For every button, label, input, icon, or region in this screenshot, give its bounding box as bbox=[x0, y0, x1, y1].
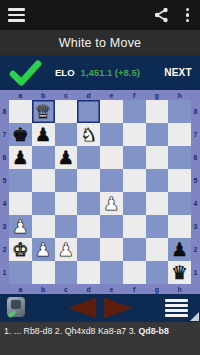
file-label-d: d bbox=[77, 284, 100, 294]
page-title: White to Move bbox=[0, 30, 200, 55]
file-labels-top: abcdefgh bbox=[9, 90, 191, 100]
file-label-c: c bbox=[55, 284, 78, 294]
file-label-d: d bbox=[77, 90, 100, 100]
piece-white-pawn: ♟ bbox=[58, 238, 75, 261]
file-label-b: b bbox=[32, 284, 55, 294]
piece-white-queen: ♛ bbox=[35, 100, 52, 123]
file-label-e: e bbox=[100, 284, 123, 294]
square-e4[interactable]: ♟ bbox=[100, 192, 123, 215]
piece-black-king: ♚ bbox=[12, 123, 29, 146]
piece-white-king: ♚ bbox=[12, 238, 29, 261]
engine-status-icon[interactable]: ✔ bbox=[6, 296, 27, 320]
square-c7[interactable] bbox=[55, 123, 78, 146]
square-c6[interactable]: ♟ bbox=[55, 146, 78, 169]
square-g5[interactable] bbox=[146, 169, 169, 192]
square-d8[interactable] bbox=[77, 100, 100, 123]
rank-labels-left: 87654321 bbox=[0, 100, 9, 284]
square-a5[interactable] bbox=[9, 169, 32, 192]
rank-label-3: 3 bbox=[0, 215, 9, 238]
square-g4[interactable] bbox=[146, 192, 169, 215]
file-label-f: f bbox=[123, 90, 146, 100]
square-b6[interactable] bbox=[32, 146, 55, 169]
square-e6[interactable] bbox=[100, 146, 123, 169]
rank-label-4: 4 bbox=[0, 192, 9, 215]
square-f4[interactable] bbox=[123, 192, 146, 215]
square-h2[interactable]: ♟ bbox=[168, 238, 191, 261]
rank-labels-right: 87654321 bbox=[191, 100, 200, 284]
square-a2[interactable]: ♚ bbox=[9, 238, 32, 261]
rank-label-2: 2 bbox=[0, 238, 9, 261]
square-a8[interactable] bbox=[9, 100, 32, 123]
square-c2[interactable]: ♟ bbox=[55, 238, 78, 261]
move-list-last-move: Qd8-b8 bbox=[138, 326, 168, 336]
square-d4[interactable] bbox=[77, 192, 100, 215]
square-d1[interactable] bbox=[77, 261, 100, 284]
square-a4[interactable] bbox=[9, 192, 32, 215]
square-b3[interactable] bbox=[32, 215, 55, 238]
piece-white-pawn: ♟ bbox=[12, 215, 29, 238]
square-f5[interactable] bbox=[123, 169, 146, 192]
square-b7[interactable]: ♟ bbox=[32, 123, 55, 146]
board: ♛♚♟♞♟♟♟♟♚♟♟♟♛ bbox=[9, 100, 191, 284]
square-d2[interactable] bbox=[77, 238, 100, 261]
rank-label-7: 7 bbox=[0, 123, 9, 146]
rank-label-5: 5 bbox=[191, 169, 200, 192]
overflow-dots-icon[interactable] bbox=[183, 8, 192, 23]
menu-hamburger-icon[interactable] bbox=[8, 8, 25, 21]
elo-label: ELO bbox=[55, 67, 75, 78]
piece-black-pawn: ♟ bbox=[35, 123, 52, 146]
square-d7[interactable]: ♞ bbox=[77, 123, 100, 146]
piece-black-pawn: ♟ bbox=[12, 146, 29, 169]
move-list-bar: 1. ... Rb8-d8 2. Qh4xd8 Ka8-a7 3. Qd8-b8 bbox=[0, 322, 200, 355]
square-b2[interactable]: ♟ bbox=[32, 238, 55, 261]
success-check-icon bbox=[8, 60, 42, 86]
file-label-g: g bbox=[146, 90, 169, 100]
rank-label-2: 2 bbox=[191, 238, 200, 261]
rank-label-8: 8 bbox=[0, 100, 9, 123]
file-label-h: h bbox=[168, 90, 191, 100]
square-a3[interactable]: ♟ bbox=[9, 215, 32, 238]
chess-board-frame: abcdefgh 87654321 87654321 ♛♚♟♞♟♟♟♟♚♟♟♟♛… bbox=[0, 90, 200, 294]
square-f8[interactable] bbox=[123, 100, 146, 123]
piece-black-queen: ♛ bbox=[171, 261, 188, 284]
square-e5[interactable] bbox=[100, 169, 123, 192]
top-app-bar bbox=[0, 0, 200, 30]
square-h6[interactable] bbox=[168, 146, 191, 169]
square-g1[interactable] bbox=[146, 261, 169, 284]
rank-label-8: 8 bbox=[191, 100, 200, 123]
square-f7[interactable] bbox=[123, 123, 146, 146]
square-d3[interactable] bbox=[77, 215, 100, 238]
piece-white-knight: ♞ bbox=[80, 123, 97, 146]
piece-white-pawn: ♟ bbox=[103, 192, 120, 215]
piece-white-pawn: ♟ bbox=[35, 238, 52, 261]
square-b4[interactable] bbox=[32, 192, 55, 215]
square-f6[interactable] bbox=[123, 146, 146, 169]
rank-label-5: 5 bbox=[0, 169, 9, 192]
piece-black-pawn: ♟ bbox=[171, 238, 188, 261]
elo-rating-value: 1,451.1 (+8.5) bbox=[81, 67, 140, 78]
file-label-g: g bbox=[146, 284, 169, 294]
square-h3[interactable] bbox=[168, 215, 191, 238]
square-c4[interactable] bbox=[55, 192, 78, 215]
file-label-c: c bbox=[55, 90, 78, 100]
square-g8[interactable] bbox=[146, 100, 169, 123]
corner-grip-icon[interactable] bbox=[190, 312, 199, 321]
rank-label-6: 6 bbox=[0, 146, 9, 169]
square-h1[interactable]: ♛ bbox=[168, 261, 191, 284]
square-g6[interactable] bbox=[146, 146, 169, 169]
file-label-e: e bbox=[100, 90, 123, 100]
file-label-f: f bbox=[123, 284, 146, 294]
file-label-a: a bbox=[9, 90, 32, 100]
move-list-text: 1. ... Rb8-d8 2. Qh4xd8 Ka8-a7 3. Qd8-b8 bbox=[4, 326, 196, 336]
rank-label-6: 6 bbox=[191, 146, 200, 169]
square-h7[interactable] bbox=[168, 123, 191, 146]
square-d5[interactable] bbox=[77, 169, 100, 192]
square-f2[interactable] bbox=[123, 238, 146, 261]
square-f3[interactable] bbox=[123, 215, 146, 238]
square-c3[interactable] bbox=[55, 215, 78, 238]
square-g7[interactable] bbox=[146, 123, 169, 146]
square-d6[interactable] bbox=[77, 146, 100, 169]
square-c8[interactable] bbox=[55, 100, 78, 123]
square-e1[interactable] bbox=[100, 261, 123, 284]
square-e2[interactable] bbox=[100, 238, 123, 261]
control-bar: ✔ bbox=[0, 294, 200, 322]
square-a7[interactable]: ♚ bbox=[9, 123, 32, 146]
prev-move-arrow-icon[interactable] bbox=[68, 298, 97, 319]
next-puzzle-button[interactable]: NEXT bbox=[164, 67, 192, 78]
square-e8[interactable] bbox=[100, 100, 123, 123]
file-label-b: b bbox=[32, 90, 55, 100]
rank-label-1: 1 bbox=[0, 261, 9, 284]
file-label-a: a bbox=[9, 284, 32, 294]
square-a6[interactable]: ♟ bbox=[9, 146, 32, 169]
square-b8[interactable]: ♛ bbox=[32, 100, 55, 123]
square-g3[interactable] bbox=[146, 215, 169, 238]
square-g2[interactable] bbox=[146, 238, 169, 261]
rank-label-4: 4 bbox=[191, 192, 200, 215]
result-bar: ELO 1,451.1 (+8.5) NEXT bbox=[0, 55, 200, 90]
piece-black-pawn: ♟ bbox=[58, 146, 75, 169]
move-navigation bbox=[68, 298, 133, 319]
square-h4[interactable] bbox=[168, 192, 191, 215]
move-list-icon[interactable] bbox=[165, 299, 188, 317]
file-labels-bottom: abcdefgh bbox=[9, 284, 191, 294]
square-b1[interactable] bbox=[32, 261, 55, 284]
square-b5[interactable] bbox=[32, 169, 55, 192]
square-f1[interactable] bbox=[123, 261, 146, 284]
next-move-arrow-icon[interactable] bbox=[104, 298, 133, 319]
square-h8[interactable] bbox=[168, 100, 191, 123]
square-c1[interactable] bbox=[55, 261, 78, 284]
square-a1[interactable] bbox=[9, 261, 32, 284]
square-h5[interactable] bbox=[168, 169, 191, 192]
move-list-prefix: 1. ... Rb8-d8 2. Qh4xd8 Ka8-a7 3. bbox=[4, 326, 138, 336]
square-c5[interactable] bbox=[55, 169, 78, 192]
rank-label-7: 7 bbox=[191, 123, 200, 146]
file-label-h: h bbox=[168, 284, 191, 294]
square-e3[interactable] bbox=[100, 215, 123, 238]
share-icon[interactable] bbox=[154, 7, 169, 23]
square-e7[interactable] bbox=[100, 123, 123, 146]
rank-label-3: 3 bbox=[191, 215, 200, 238]
rank-label-1: 1 bbox=[191, 261, 200, 284]
